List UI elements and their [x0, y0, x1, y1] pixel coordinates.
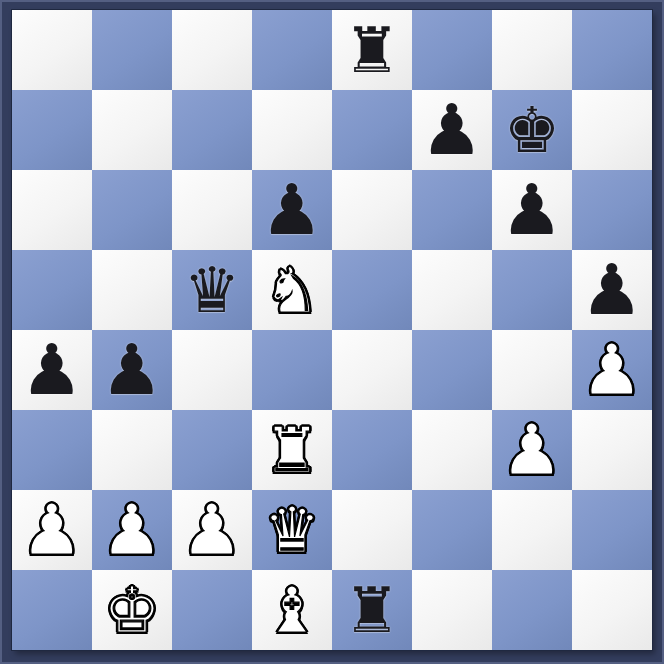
square-b7[interactable]: [92, 90, 172, 170]
square-g8[interactable]: [492, 10, 572, 90]
piece-white-bishop-d1: ♝: [252, 570, 332, 650]
square-d2[interactable]: ♛: [252, 490, 332, 570]
square-a6[interactable]: [12, 170, 92, 250]
square-e7[interactable]: [332, 90, 412, 170]
square-d7[interactable]: [252, 90, 332, 170]
square-e4[interactable]: [332, 330, 412, 410]
piece-white-rook-d3: ♜: [252, 410, 332, 490]
square-e8[interactable]: ♜: [332, 10, 412, 90]
square-g5[interactable]: [492, 250, 572, 330]
piece-black-pawn-g6: ♟: [492, 170, 572, 250]
square-a2[interactable]: ♟: [12, 490, 92, 570]
square-a7[interactable]: [12, 90, 92, 170]
square-f8[interactable]: [412, 10, 492, 90]
square-d3[interactable]: ♜: [252, 410, 332, 490]
square-c4[interactable]: [172, 330, 252, 410]
square-e1[interactable]: ♜: [332, 570, 412, 650]
square-a5[interactable]: [12, 250, 92, 330]
square-g1[interactable]: [492, 570, 572, 650]
square-d1[interactable]: ♝: [252, 570, 332, 650]
square-h8[interactable]: [572, 10, 652, 90]
square-f1[interactable]: [412, 570, 492, 650]
square-e5[interactable]: [332, 250, 412, 330]
piece-black-pawn-a4: ♟: [12, 330, 92, 410]
piece-white-knight-d5: ♞: [252, 250, 332, 330]
square-f5[interactable]: [412, 250, 492, 330]
square-h5[interactable]: ♟: [572, 250, 652, 330]
square-g3[interactable]: ♟: [492, 410, 572, 490]
piece-black-king-g7: ♚: [492, 90, 572, 170]
piece-white-pawn-c2: ♟: [172, 490, 252, 570]
square-a3[interactable]: [12, 410, 92, 490]
piece-black-queen-c5: ♛: [172, 250, 252, 330]
square-c5[interactable]: ♛: [172, 250, 252, 330]
piece-white-king-b1: ♚: [92, 570, 172, 650]
piece-black-pawn-b4: ♟: [92, 330, 172, 410]
square-d5[interactable]: ♞: [252, 250, 332, 330]
square-f2[interactable]: [412, 490, 492, 570]
piece-black-rook-e8: ♜: [332, 10, 412, 90]
chess-board: ♜♟♚♟♟♛♞♟♟♟♟♜♟♟♟♟♛♚♝♜: [12, 10, 652, 650]
square-a1[interactable]: [12, 570, 92, 650]
square-c7[interactable]: [172, 90, 252, 170]
square-b2[interactable]: ♟: [92, 490, 172, 570]
square-b6[interactable]: [92, 170, 172, 250]
square-b5[interactable]: [92, 250, 172, 330]
square-g4[interactable]: [492, 330, 572, 410]
square-f4[interactable]: [412, 330, 492, 410]
square-d8[interactable]: [252, 10, 332, 90]
piece-white-queen-d2: ♛: [252, 490, 332, 570]
square-c3[interactable]: [172, 410, 252, 490]
square-d4[interactable]: [252, 330, 332, 410]
square-g2[interactable]: [492, 490, 572, 570]
square-h6[interactable]: [572, 170, 652, 250]
square-c2[interactable]: ♟: [172, 490, 252, 570]
square-c1[interactable]: [172, 570, 252, 650]
square-f7[interactable]: ♟: [412, 90, 492, 170]
piece-black-pawn-h5: ♟: [572, 250, 652, 330]
square-a4[interactable]: ♟: [12, 330, 92, 410]
square-f3[interactable]: [412, 410, 492, 490]
square-d6[interactable]: ♟: [252, 170, 332, 250]
square-b4[interactable]: ♟: [92, 330, 172, 410]
piece-white-pawn-g3: ♟: [492, 410, 572, 490]
piece-white-pawn-h4: ♟: [572, 330, 652, 410]
square-b3[interactable]: [92, 410, 172, 490]
piece-black-pawn-f7: ♟: [412, 90, 492, 170]
piece-white-pawn-a2: ♟: [12, 490, 92, 570]
square-f6[interactable]: [412, 170, 492, 250]
square-h2[interactable]: [572, 490, 652, 570]
piece-black-rook-e1: ♜: [332, 570, 412, 650]
square-h4[interactable]: ♟: [572, 330, 652, 410]
square-a8[interactable]: [12, 10, 92, 90]
square-b8[interactable]: [92, 10, 172, 90]
square-b1[interactable]: ♚: [92, 570, 172, 650]
square-e2[interactable]: [332, 490, 412, 570]
square-e6[interactable]: [332, 170, 412, 250]
square-h7[interactable]: [572, 90, 652, 170]
square-g7[interactable]: ♚: [492, 90, 572, 170]
square-c6[interactable]: [172, 170, 252, 250]
square-h1[interactable]: [572, 570, 652, 650]
square-h3[interactable]: [572, 410, 652, 490]
chess-board-frame: ♜♟♚♟♟♛♞♟♟♟♟♜♟♟♟♟♛♚♝♜: [0, 0, 664, 664]
piece-black-pawn-d6: ♟: [252, 170, 332, 250]
square-g6[interactable]: ♟: [492, 170, 572, 250]
square-e3[interactable]: [332, 410, 412, 490]
piece-white-pawn-b2: ♟: [92, 490, 172, 570]
square-c8[interactable]: [172, 10, 252, 90]
